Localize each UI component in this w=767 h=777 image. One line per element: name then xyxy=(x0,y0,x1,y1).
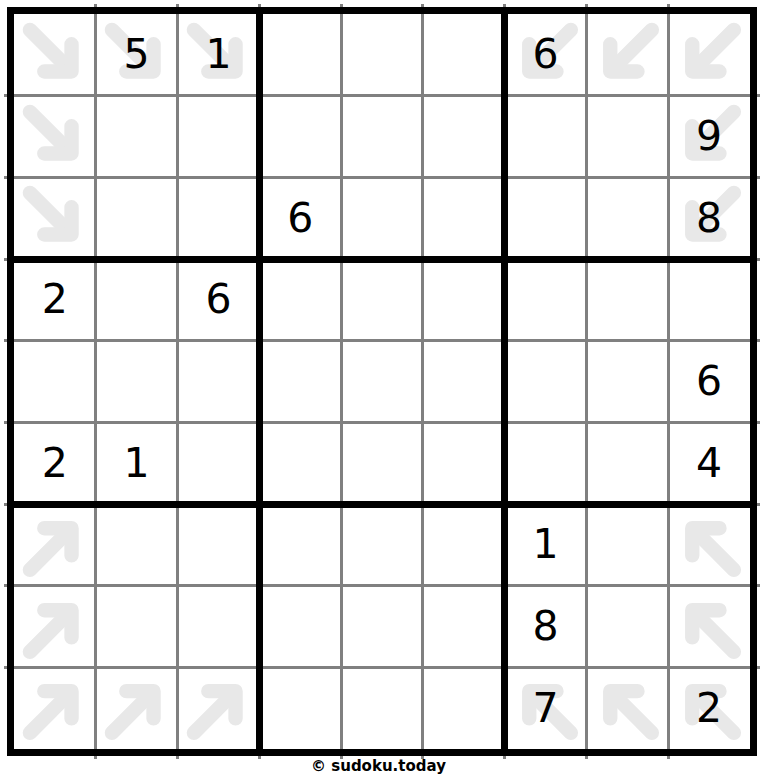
cell-r3c5[interactable] xyxy=(341,177,423,259)
cell-r3c4[interactable]: 6 xyxy=(259,177,341,259)
cell-r1c7[interactable]: 6 xyxy=(505,14,587,96)
sudoku-board: 5169682662141872 xyxy=(7,7,757,756)
cell-r3c3[interactable] xyxy=(178,177,260,259)
cell-r4c5[interactable] xyxy=(341,259,423,341)
given-digit: 1 xyxy=(124,443,150,484)
cell-r7c7[interactable]: 1 xyxy=(505,504,587,586)
cell-r6c5[interactable] xyxy=(341,422,423,504)
cell-r6c2[interactable]: 1 xyxy=(96,422,178,504)
cells-grid: 5169682662141872 xyxy=(14,14,750,749)
cell-r1c8[interactable] xyxy=(586,14,668,96)
cell-r9c9[interactable]: 2 xyxy=(668,667,750,749)
arrow-up-right-icon xyxy=(181,670,257,746)
arrow-up-left-icon xyxy=(671,589,747,665)
cell-r5c2[interactable] xyxy=(96,341,178,423)
cell-r6c6[interactable] xyxy=(423,422,505,504)
cell-r9c4[interactable] xyxy=(259,667,341,749)
arrow-up-left-icon xyxy=(671,507,747,583)
arrow-down-right-icon xyxy=(17,180,93,256)
cell-r7c6[interactable] xyxy=(423,504,505,586)
given-digit: 8 xyxy=(533,606,559,647)
cell-r3c8[interactable] xyxy=(586,177,668,259)
cell-r1c9[interactable] xyxy=(668,14,750,96)
given-digit: 4 xyxy=(696,443,722,484)
given-digit: 6 xyxy=(205,279,231,320)
cell-r2c6[interactable] xyxy=(423,96,505,178)
cell-r7c1[interactable] xyxy=(14,504,96,586)
cell-r7c3[interactable] xyxy=(178,504,260,586)
cell-r6c4[interactable] xyxy=(259,422,341,504)
given-digit: 2 xyxy=(42,279,68,320)
given-digit: 6 xyxy=(696,361,722,402)
cell-r7c9[interactable] xyxy=(668,504,750,586)
cell-r9c2[interactable] xyxy=(96,667,178,749)
cell-r8c4[interactable] xyxy=(259,586,341,668)
given-digit: 9 xyxy=(696,116,722,157)
given-digit: 2 xyxy=(696,688,722,729)
cell-r2c7[interactable] xyxy=(505,96,587,178)
cell-r5c3[interactable] xyxy=(178,341,260,423)
cell-r3c6[interactable] xyxy=(423,177,505,259)
given-digit: 6 xyxy=(287,198,313,239)
arrow-up-right-icon xyxy=(17,589,93,665)
cell-r4c9[interactable] xyxy=(668,259,750,341)
cell-r5c7[interactable] xyxy=(505,341,587,423)
arrow-up-right-icon xyxy=(17,670,93,746)
arrow-down-right-icon xyxy=(17,99,93,175)
cell-r1c5[interactable] xyxy=(341,14,423,96)
given-digit: 8 xyxy=(696,198,722,239)
cell-r6c8[interactable] xyxy=(586,422,668,504)
cell-r5c6[interactable] xyxy=(423,341,505,423)
cell-r1c6[interactable] xyxy=(423,14,505,96)
cell-r5c5[interactable] xyxy=(341,341,423,423)
cell-r2c9[interactable]: 9 xyxy=(668,96,750,178)
cell-r4c2[interactable] xyxy=(96,259,178,341)
cell-r4c3[interactable]: 6 xyxy=(178,259,260,341)
cell-r5c8[interactable] xyxy=(586,341,668,423)
cell-r3c7[interactable] xyxy=(505,177,587,259)
cell-r5c9[interactable]: 6 xyxy=(668,341,750,423)
cell-r7c5[interactable] xyxy=(341,504,423,586)
arrow-up-left-icon xyxy=(589,670,665,746)
cell-r7c4[interactable] xyxy=(259,504,341,586)
cell-r4c7[interactable] xyxy=(505,259,587,341)
cell-r8c6[interactable] xyxy=(423,586,505,668)
cell-r9c6[interactable] xyxy=(423,667,505,749)
cell-r8c7[interactable]: 8 xyxy=(505,586,587,668)
cell-r3c9[interactable]: 8 xyxy=(668,177,750,259)
cell-r8c5[interactable] xyxy=(341,586,423,668)
arrow-down-left-icon xyxy=(671,17,747,93)
given-digit: 6 xyxy=(533,34,559,75)
given-digit: 5 xyxy=(124,34,150,75)
arrow-down-left-icon xyxy=(589,17,665,93)
arrow-up-right-icon xyxy=(99,670,175,746)
cell-r2c3[interactable] xyxy=(178,96,260,178)
cell-r8c1[interactable] xyxy=(14,586,96,668)
cell-r9c8[interactable] xyxy=(586,667,668,749)
cell-r1c1[interactable] xyxy=(14,14,96,96)
given-digit: 7 xyxy=(533,688,559,729)
cell-r8c2[interactable] xyxy=(96,586,178,668)
cell-r8c8[interactable] xyxy=(586,586,668,668)
cell-r9c7[interactable]: 7 xyxy=(505,667,587,749)
cell-r6c3[interactable] xyxy=(178,422,260,504)
cell-r2c2[interactable] xyxy=(96,96,178,178)
cell-r2c1[interactable] xyxy=(14,96,96,178)
cell-r4c1[interactable]: 2 xyxy=(14,259,96,341)
given-digit: 2 xyxy=(42,443,68,484)
cell-r3c2[interactable] xyxy=(96,177,178,259)
cell-r5c1[interactable] xyxy=(14,341,96,423)
cell-r5c4[interactable] xyxy=(259,341,341,423)
cell-r7c8[interactable] xyxy=(586,504,668,586)
cell-r9c1[interactable] xyxy=(14,667,96,749)
cell-r4c8[interactable] xyxy=(586,259,668,341)
cell-r9c3[interactable] xyxy=(178,667,260,749)
copyright-caption: © sudoku.today xyxy=(0,757,757,777)
cell-r2c4[interactable] xyxy=(259,96,341,178)
cell-r9c5[interactable] xyxy=(341,667,423,749)
cell-r2c5[interactable] xyxy=(341,96,423,178)
cell-r2c8[interactable] xyxy=(586,96,668,178)
arrow-down-right-icon xyxy=(17,17,93,93)
cell-r1c2[interactable]: 5 xyxy=(96,14,178,96)
arrow-up-right-icon xyxy=(17,507,93,583)
cell-r1c4[interactable] xyxy=(259,14,341,96)
cell-r8c9[interactable] xyxy=(668,586,750,668)
cell-r7c2[interactable] xyxy=(96,504,178,586)
cell-r6c7[interactable] xyxy=(505,422,587,504)
cell-r4c4[interactable] xyxy=(259,259,341,341)
cell-r1c3[interactable]: 1 xyxy=(178,14,260,96)
cell-r6c9[interactable]: 4 xyxy=(668,422,750,504)
cell-r8c3[interactable] xyxy=(178,586,260,668)
cell-r3c1[interactable] xyxy=(14,177,96,259)
given-digit: 1 xyxy=(205,34,231,75)
given-digit: 1 xyxy=(533,524,559,565)
cell-r6c1[interactable]: 2 xyxy=(14,422,96,504)
cell-r4c6[interactable] xyxy=(423,259,505,341)
